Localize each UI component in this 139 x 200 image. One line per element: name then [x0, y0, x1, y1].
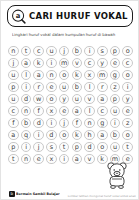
grid-cell-r9c5[interactable]: t — [58, 141, 71, 153]
grid-letter: x — [46, 106, 57, 117]
grid-letter: n — [21, 106, 32, 117]
grid-letter: o — [122, 46, 133, 57]
grid-cell-r4c8[interactable]: r — [96, 81, 109, 93]
grid-cell-r8c2[interactable]: q — [20, 129, 33, 141]
grid-letter: u — [59, 82, 70, 93]
grid-letter: o — [97, 142, 108, 153]
grid-letter: u — [110, 142, 121, 153]
grid-letter: i — [21, 142, 32, 153]
grid-cell-r4c1[interactable]: p — [7, 81, 20, 93]
grid-letter: i — [46, 118, 57, 129]
grid-letter: y — [122, 94, 133, 105]
grid-letter: i — [21, 82, 32, 93]
grid-letter: f — [72, 118, 83, 129]
grid-letter: y — [97, 58, 108, 69]
grid-cell-r5c10[interactable]: y — [121, 93, 134, 105]
grid-cell-r2c8[interactable]: y — [96, 57, 109, 69]
grid-letter: o — [59, 130, 70, 141]
grid-cell-r5c9[interactable]: p — [109, 93, 122, 105]
grid-cell-r1c3[interactable]: c — [32, 45, 45, 57]
grid-cell-r2c7[interactable]: c — [83, 57, 96, 69]
mascot-bear-icon — [101, 161, 133, 189]
grid-letter: m — [59, 58, 70, 69]
grid-letter: z — [122, 118, 133, 129]
grid-letter: b — [21, 118, 32, 129]
grid-letter: p — [110, 94, 121, 105]
grid-cell-r9c9[interactable]: u — [109, 141, 122, 153]
grid-letter: v — [72, 58, 83, 69]
grid-letter: p — [8, 142, 19, 153]
grid-cell-r3c4[interactable]: n — [45, 69, 58, 81]
grid-letter: a — [8, 130, 19, 141]
grid-letter: c — [8, 106, 19, 117]
grid-letter: e — [110, 58, 121, 69]
grid-letter: b — [72, 46, 83, 57]
grid-cell-r7c4[interactable]: i — [45, 117, 58, 129]
grid-cell-r10c5[interactable]: i — [58, 153, 71, 165]
grid-cell-r1c8[interactable]: s — [96, 45, 109, 57]
grid-cell-r3c1[interactable]: u — [7, 69, 20, 81]
grid-letter: x — [46, 154, 57, 165]
grid-letter: d — [84, 142, 95, 153]
grid-letter: g — [97, 118, 108, 129]
grid-letter: a — [21, 58, 32, 69]
grid-cell-r3c5[interactable]: o — [58, 69, 71, 81]
credit-text: Lembar latihan mengenal huruf vokal untu… — [68, 194, 136, 197]
grid-cell-r6c1[interactable]: c — [7, 105, 20, 117]
grid-letter: i — [59, 154, 70, 165]
grid-letter: q — [21, 130, 32, 141]
grid-cell-r8c5[interactable]: o — [58, 129, 71, 141]
grid-cell-r9c3[interactable]: j — [32, 141, 45, 153]
grid-cell-r7c2[interactable]: b — [20, 117, 33, 129]
grid-cell-r8c1[interactable]: a — [7, 129, 20, 141]
grid-letter: p — [8, 82, 19, 93]
grid-cell-r6c3[interactable]: f — [32, 105, 45, 117]
grid-letter: y — [59, 94, 70, 105]
grid-letter: f — [8, 118, 19, 129]
grid-letter: k — [33, 58, 44, 69]
grid-cell-r1c1[interactable]: n — [7, 45, 20, 57]
grid-cell-r7c1[interactable]: f — [7, 117, 20, 129]
grid-letter: a — [72, 154, 83, 165]
worksheet-page: a CARI HURUF VOKAL Lingkari huruf vokal … — [0, 0, 139, 200]
grid-letter: e — [46, 82, 57, 93]
grid-letter: i — [84, 46, 95, 57]
grid-cell-r2c2[interactable]: a — [20, 57, 33, 69]
grid-letter: j — [59, 46, 70, 57]
grid-cell-r6c4[interactable]: x — [45, 105, 58, 117]
grid-letter: e — [122, 106, 133, 117]
grid-letter: p — [72, 142, 83, 153]
grid-cell-r8c6[interactable]: k — [70, 129, 83, 141]
grid-cell-r3c9[interactable]: g — [109, 69, 122, 81]
grid-cell-r10c2[interactable]: n — [20, 153, 33, 165]
grid-cell-r7c9[interactable]: i — [109, 117, 122, 129]
grid-cell-r6c5[interactable]: e — [58, 105, 71, 117]
grid-cell-r2c6[interactable]: v — [70, 57, 83, 69]
grid-letter: h — [84, 130, 95, 141]
grid-letter: v — [84, 94, 95, 105]
svg-text:a: a — [16, 11, 21, 19]
grid-letter: p — [110, 46, 121, 57]
grid-cell-r1c2[interactable]: t — [20, 45, 33, 57]
grid-cell-r9c8[interactable]: o — [96, 141, 109, 153]
grid-letter: o — [46, 94, 57, 105]
grid-cell-r8c9[interactable]: b — [109, 129, 122, 141]
grid-letter: b — [110, 130, 121, 141]
grid-letter: e — [33, 154, 44, 165]
grid-letter: l — [84, 82, 95, 93]
grid-cell-r2c10[interactable]: c — [121, 57, 134, 69]
grid-letter: c — [33, 46, 44, 57]
grid-letter: n — [8, 46, 19, 57]
grid-letter: z — [110, 82, 121, 93]
grid-cell-r8c10[interactable]: o — [121, 129, 134, 141]
grid-cell-r8c7[interactable]: h — [83, 129, 96, 141]
grid-cell-r5c3[interactable]: w — [32, 93, 45, 105]
grid-cell-r9c4[interactable]: s — [45, 141, 58, 153]
grid-letter: t — [59, 142, 70, 153]
grid-cell-r9c1[interactable]: p — [7, 141, 20, 153]
grid-cell-r3c2[interactable]: l — [20, 69, 33, 81]
grid-cell-r6c6[interactable]: a — [70, 105, 83, 117]
grid-cell-r6c10[interactable]: e — [121, 105, 134, 117]
grid-letter: s — [46, 142, 57, 153]
grid-letter: r — [97, 82, 108, 93]
grid-letter: i — [110, 118, 121, 129]
grid-letter: n — [21, 154, 32, 165]
grid-letter: d — [33, 118, 44, 129]
grid-letter: a — [97, 94, 108, 105]
grid-letter: d — [21, 94, 32, 105]
grid-letter: o — [122, 70, 133, 81]
grid-cell-r4c4[interactable]: e — [45, 81, 58, 93]
grid-cell-r10c7[interactable]: v — [83, 153, 96, 165]
grid-cell-r6c9[interactable]: u — [109, 105, 122, 117]
grid-cell-r7c7[interactable]: n — [83, 117, 96, 129]
grid-cell-r7c10[interactable]: z — [121, 117, 134, 129]
grid-cell-r4c3[interactable]: r — [32, 81, 45, 93]
grid-letter: c — [122, 58, 133, 69]
grid-cell-r4c2[interactable]: i — [20, 81, 33, 93]
grid-letter: u — [8, 94, 19, 105]
instruction-text: Lingkari huruf vokal dalam kumpulan huru… — [12, 32, 132, 37]
grid-letter: j — [8, 58, 19, 69]
grid-letter: u — [8, 70, 19, 81]
grid-cell-r5c6[interactable]: u — [70, 93, 83, 105]
grid-letter: s — [97, 46, 108, 57]
grid-cell-r4c5[interactable]: u — [58, 81, 71, 93]
grid-cell-r9c6[interactable]: p — [70, 141, 83, 153]
grid-cell-r6c2[interactable]: n — [20, 105, 33, 117]
grid-letter: r — [33, 82, 44, 93]
grid-letter: u — [72, 94, 83, 105]
grid-cell-r10c3[interactable]: e — [32, 153, 45, 165]
grid-cell-r8c3[interactable]: i — [32, 129, 45, 141]
grid-cell-r10c6[interactable]: a — [70, 153, 83, 165]
grid-letter: b — [72, 82, 83, 93]
grid-cell-r6c8[interactable]: c — [96, 105, 109, 117]
grid-letter: w — [33, 94, 44, 105]
grid-letter: a — [72, 106, 83, 117]
grid-cell-r6c7[interactable]: l — [83, 105, 96, 117]
grid-cell-r4c9[interactable]: z — [109, 81, 122, 93]
grid-cell-r9c7[interactable]: d — [83, 141, 96, 153]
grid-letter: d — [46, 130, 57, 141]
grid-letter: o — [122, 130, 133, 141]
grid-cell-r3c7[interactable]: x — [83, 69, 96, 81]
grid-cell-r1c5[interactable]: j — [58, 45, 71, 57]
grid-letter: l — [21, 70, 32, 81]
grid-letter: f — [33, 106, 44, 117]
grid-cell-r7c8[interactable]: g — [96, 117, 109, 129]
grid-cell-r5c8[interactable]: a — [96, 93, 109, 105]
grid-letter: v — [84, 154, 95, 165]
grid-letter: u — [46, 46, 57, 57]
grid-letter: t — [8, 154, 19, 165]
grid-letter: n — [84, 118, 95, 129]
grid-letter: i — [33, 130, 44, 141]
grid-cell-r5c5[interactable]: y — [58, 93, 71, 105]
magnifier-letter-a-icon: a — [10, 8, 27, 25]
grid-cell-r1c9[interactable]: p — [109, 45, 122, 57]
grid-cell-r5c2[interactable]: d — [20, 93, 33, 105]
grid-letter: m — [97, 70, 108, 81]
grid-cell-r3c6[interactable]: k — [70, 69, 83, 81]
grid-letter: l — [84, 106, 95, 117]
grid-cell-r7c5[interactable]: j — [58, 117, 71, 129]
grid-cell-r1c4[interactable]: u — [45, 45, 58, 57]
grid-letter: c — [84, 58, 95, 69]
grid-cell-r1c10[interactable]: o — [121, 45, 134, 57]
grid-letter: a — [97, 130, 108, 141]
grid-letter: u — [110, 106, 121, 117]
grid-letter: g — [110, 70, 121, 81]
grid-letter: i — [122, 82, 133, 93]
grid-cell-r9c10[interactable]: t — [121, 141, 134, 153]
grid-cell-r10c1[interactable]: t — [7, 153, 20, 165]
grid-cell-r4c6[interactable]: b — [70, 81, 83, 93]
grid-cell-r3c8[interactable]: m — [96, 69, 109, 81]
grid-cell-r5c1[interactable]: u — [7, 93, 20, 105]
grid-letter: k — [72, 130, 83, 141]
grid-cell-r9c2[interactable]: i — [20, 141, 33, 153]
grid-cell-r2c9[interactable]: e — [109, 57, 122, 69]
title-banner: a CARI HURUF VOKAL — [7, 5, 133, 27]
grid-letter: c — [97, 106, 108, 117]
grid-letter: t — [21, 46, 32, 57]
grid-cell-r1c6[interactable]: b — [70, 45, 83, 57]
page-title: CARI HURUF VOKAL — [29, 11, 128, 21]
grid-cell-r4c7[interactable]: l — [83, 81, 96, 93]
grid-cell-r8c8[interactable]: a — [96, 129, 109, 141]
publisher-logo-icon: b — [9, 191, 15, 197]
grid-letter: j — [33, 142, 44, 153]
grid-cell-r5c7[interactable]: v — [83, 93, 96, 105]
grid-letter: i — [46, 58, 57, 69]
grid-cell-r2c5[interactable]: m — [58, 57, 71, 69]
grid-letter: e — [59, 106, 70, 117]
grid-letter: k — [72, 70, 83, 81]
grid-cell-r1c7[interactable]: i — [83, 45, 96, 57]
grid-letter: a — [33, 70, 44, 81]
grid-cell-r7c3[interactable]: d — [32, 117, 45, 129]
grid-cell-r8c4[interactable]: d — [45, 129, 58, 141]
grid-cell-r5c4[interactable]: o — [45, 93, 58, 105]
grid-cell-r2c4[interactable]: i — [45, 57, 58, 69]
grid-cell-r2c3[interactable]: k — [32, 57, 45, 69]
grid-cell-r10c4[interactable]: x — [45, 153, 58, 165]
grid-cell-r3c10[interactable]: o — [121, 69, 134, 81]
grid-letter: o — [59, 70, 70, 81]
grid-letter: j — [59, 118, 70, 129]
grid-cell-r4c10[interactable]: i — [121, 81, 134, 93]
grid-cell-r2c1[interactable]: j — [7, 57, 20, 69]
grid-letter: n — [46, 70, 57, 81]
letter-grid: ntcujbispojakimvcyeculanokxmgopireublrzi… — [7, 45, 134, 165]
grid-cell-r7c6[interactable]: f — [70, 117, 83, 129]
grid-letter: t — [122, 142, 133, 153]
grid-letter: x — [84, 70, 95, 81]
grid-cell-r3c3[interactable]: a — [32, 69, 45, 81]
